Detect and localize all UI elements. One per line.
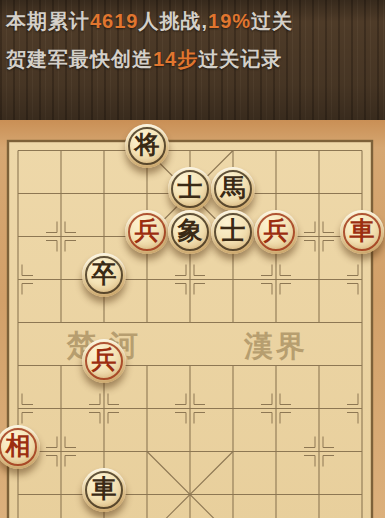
- challenger-count: 4619: [90, 10, 139, 32]
- piece-glyph: 馬: [221, 175, 246, 200]
- piece-glyph: 車: [92, 476, 117, 501]
- xiangqi-board[interactable]: 楚河漢界 将士馬兵象士兵車卒兵相車: [0, 120, 385, 518]
- piece-glyph: 車: [350, 218, 375, 243]
- challenge-stats-line: 本期累计4619人挑战,19%过关: [6, 8, 293, 35]
- piece-black-elephant[interactable]: 象: [168, 210, 212, 254]
- stats-prefix: 本期累计: [6, 10, 90, 32]
- piece-red-elephant[interactable]: 相: [0, 425, 40, 469]
- stats-mid: 人挑战,: [139, 10, 209, 32]
- record-steps: 14步: [153, 48, 198, 70]
- piece-glyph: 兵: [135, 218, 160, 243]
- piece-glyph: 相: [6, 433, 31, 458]
- record-stats-line: 贺建军最快创造14步过关记录: [6, 46, 282, 73]
- river-label-right: 漢界: [243, 329, 308, 363]
- xiangqi-puzzle-screen: { "game": "xiangqi (Chinese chess) endga…: [0, 0, 385, 518]
- piece-glyph: 象: [178, 218, 203, 243]
- record-prefix: 贺建军最快创造: [6, 48, 153, 70]
- stats-header: 本期累计4619人挑战,19%过关 贺建军最快创造14步过关记录: [0, 0, 385, 120]
- piece-glyph: 士: [221, 218, 246, 243]
- piece-black-advisor[interactable]: 士: [211, 210, 255, 254]
- piece-black-horse[interactable]: 馬: [211, 167, 255, 211]
- record-suffix: 过关记录: [198, 48, 282, 70]
- piece-black-soldier[interactable]: 卒: [82, 253, 126, 297]
- piece-black-advisor[interactable]: 士: [168, 167, 212, 211]
- piece-red-soldier[interactable]: 兵: [82, 339, 126, 383]
- piece-glyph: 兵: [264, 218, 289, 243]
- piece-red-chariot[interactable]: 車: [340, 210, 384, 254]
- piece-glyph: 兵: [92, 347, 117, 372]
- piece-red-soldier[interactable]: 兵: [125, 210, 169, 254]
- stats-suffix: 过关: [251, 10, 293, 32]
- piece-black-general[interactable]: 将: [125, 124, 169, 168]
- pass-percentage: 19%: [208, 10, 251, 32]
- piece-red-soldier[interactable]: 兵: [254, 210, 298, 254]
- piece-black-chariot[interactable]: 車: [82, 468, 126, 512]
- piece-glyph: 士: [178, 175, 203, 200]
- piece-glyph: 卒: [92, 261, 117, 286]
- piece-glyph: 将: [135, 132, 160, 157]
